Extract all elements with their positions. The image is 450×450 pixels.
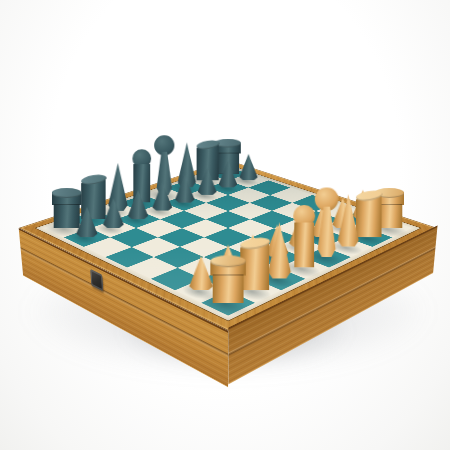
case-latch (90, 269, 103, 292)
scene (0, 0, 450, 450)
piece-white-queen[interactable] (290, 205, 319, 268)
piece-black-pawn[interactable] (76, 207, 99, 238)
piece-black-pawn[interactable] (102, 198, 124, 228)
chess-case (19, 160, 438, 331)
piece-white-bishop[interactable] (267, 222, 293, 278)
piece-white-rook[interactable] (210, 255, 246, 302)
